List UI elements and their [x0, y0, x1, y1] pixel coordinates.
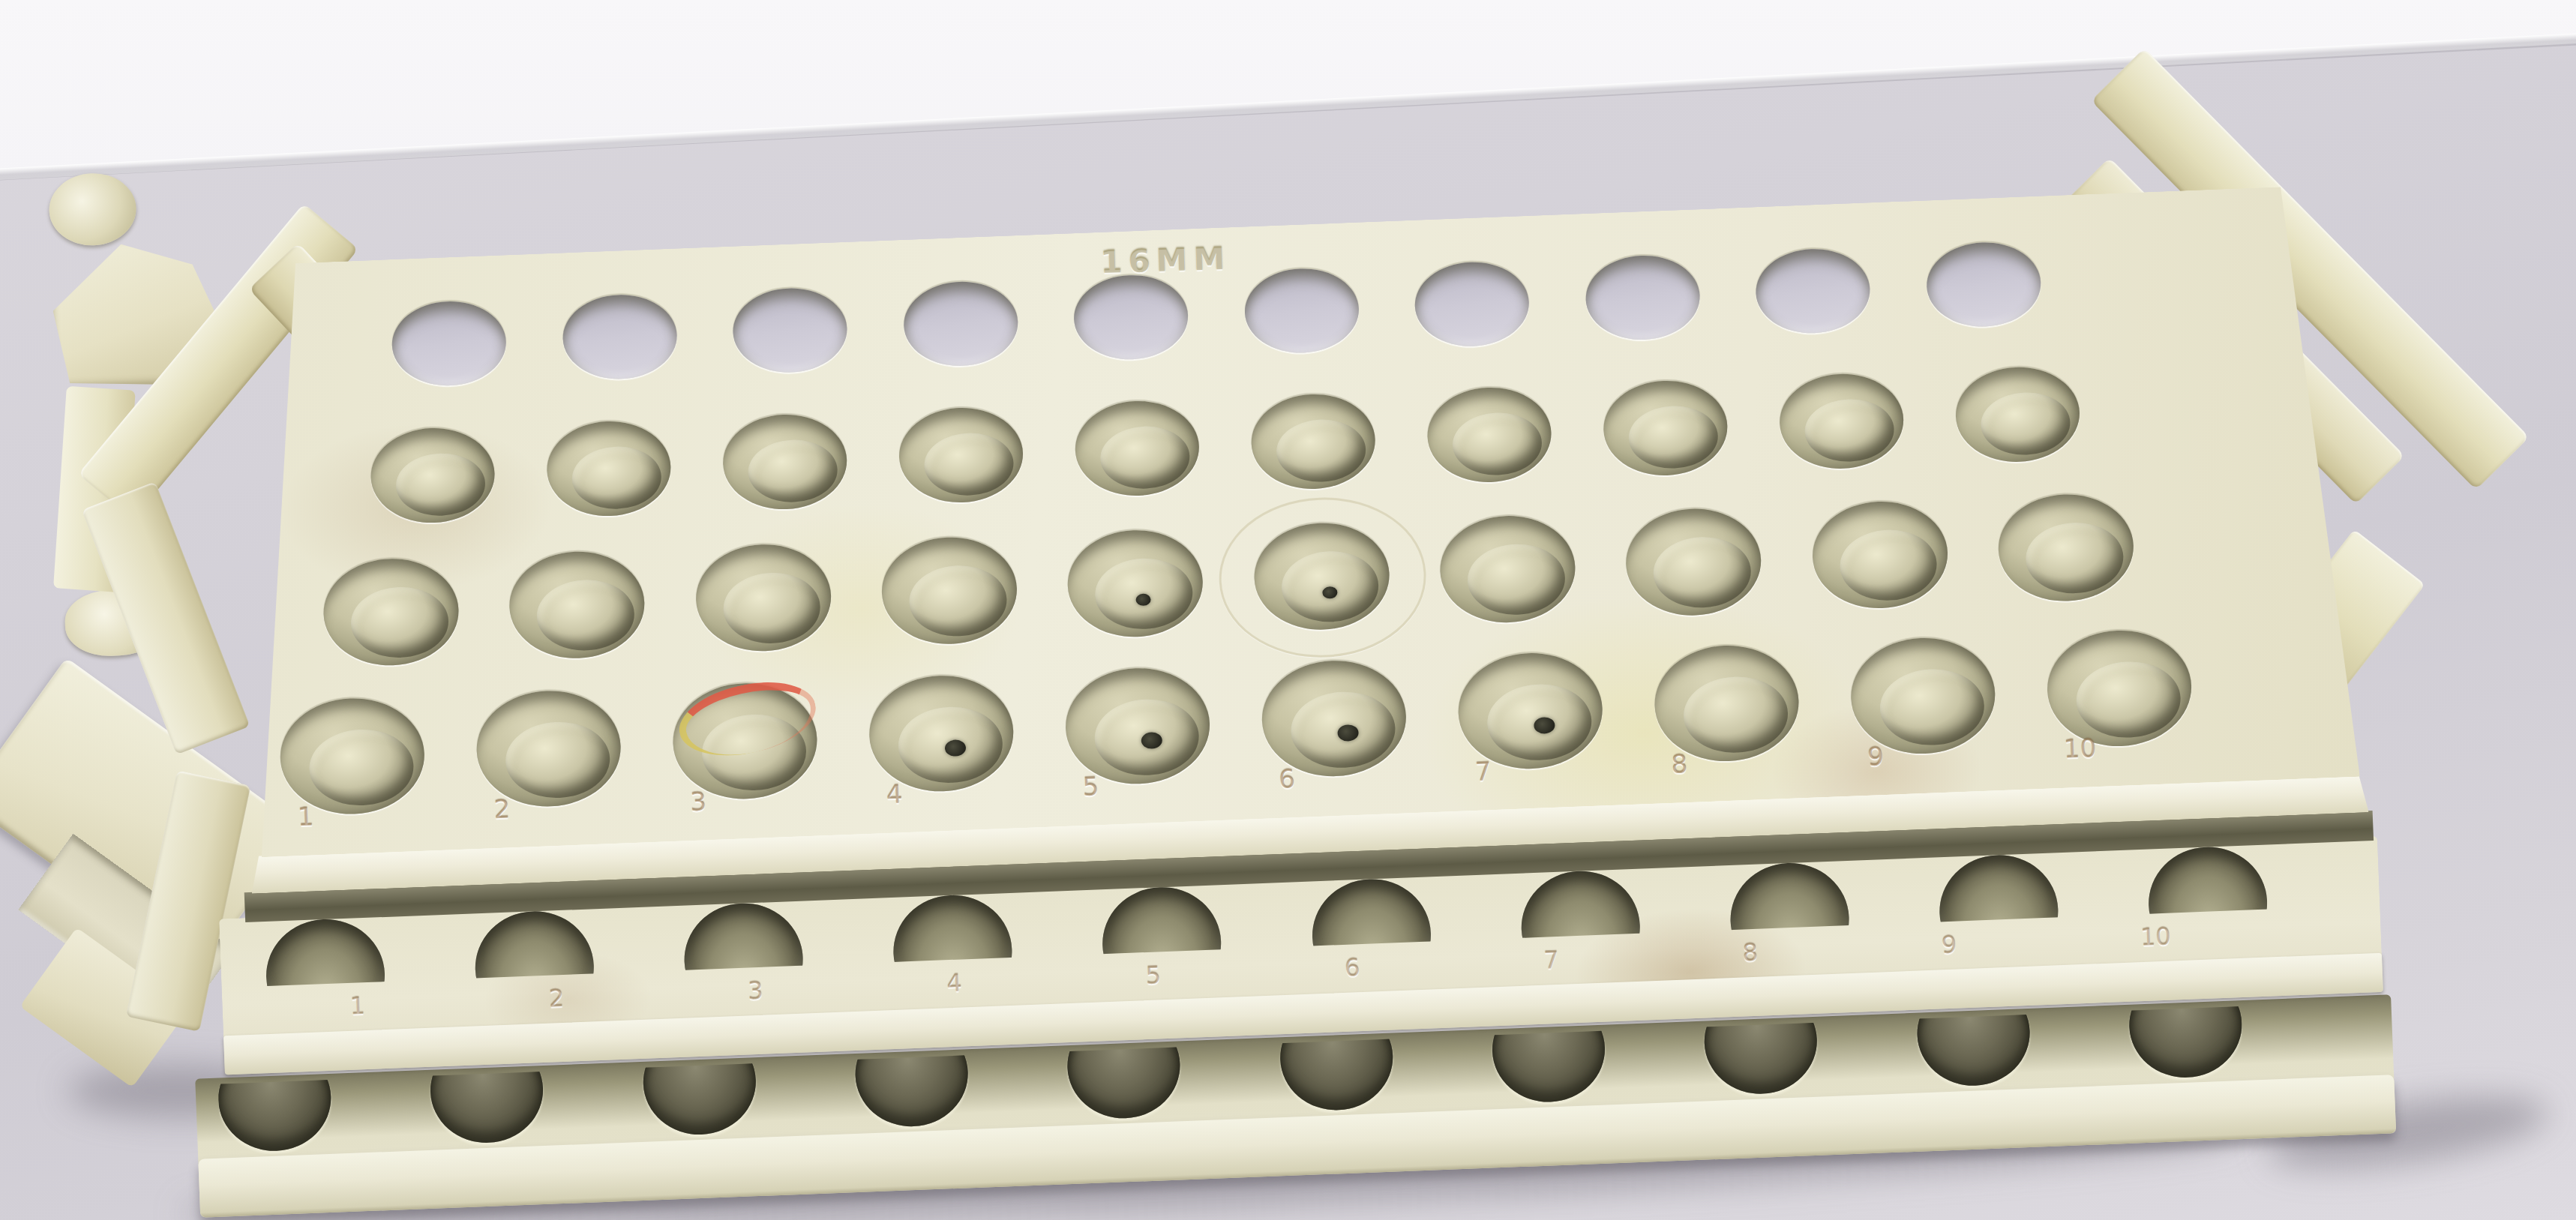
shelf-hole-c1 [264, 917, 387, 986]
tube-hole-r1c10 [1925, 241, 2042, 329]
through-hole-dot [944, 739, 966, 757]
tube-hole-r2c1 [369, 426, 496, 525]
plate-col-6: 6 [1278, 763, 1295, 794]
tube-hole-r2c10 [1954, 365, 2082, 464]
plate-col-5: 5 [1082, 771, 1099, 802]
tube-hole-r2c3 [721, 412, 849, 511]
tube-hole-r3c8 [1624, 506, 1763, 618]
plate-col-8: 8 [1671, 748, 1688, 779]
plate-col-4: 4 [886, 778, 903, 809]
tube-hole-r1c9 [1755, 247, 1872, 335]
tube-hole-r2c6 [1249, 392, 1377, 491]
tube-hole-r3c4 [880, 535, 1018, 646]
left-hinge-pin [48, 172, 138, 247]
shelf-col-7: 7 [1543, 946, 1560, 975]
tube-hole-r3c5 [1066, 528, 1204, 640]
through-hole-dot [1337, 724, 1359, 742]
test-tube-rack: 12345678910 16MM A 12345678910 [48, 81, 2547, 1220]
shelf-col-5: 5 [1145, 961, 1162, 990]
tube-hole-r1c4 [902, 280, 1019, 368]
base-cup-c9 [1915, 1006, 2032, 1088]
plate-col-1: 1 [297, 802, 314, 832]
tube-hole-r1c8 [1584, 253, 1701, 342]
plate-col-3: 3 [689, 786, 706, 817]
tube-hole-r1c3 [731, 286, 848, 375]
tube-hole-r2c4 [898, 406, 1025, 505]
tube-hole-r4c10 [2045, 628, 2194, 748]
tube-hole-r3c10 [1996, 492, 2135, 604]
tube-hole-r2c5 [1073, 399, 1201, 498]
shelf-col-8: 8 [1742, 938, 1759, 967]
tube-hole-r1c7 [1414, 260, 1531, 349]
shelf-col-4: 4 [946, 968, 963, 997]
through-hole-dot [1141, 732, 1162, 749]
through-hole-dot [1534, 717, 1555, 734]
tube-hole-r2c2 [545, 419, 673, 518]
tube-hole-r3c1 [322, 556, 460, 668]
shelf-col-1: 1 [349, 991, 366, 1021]
tube-hole-r3c2 [508, 549, 646, 661]
plate-col-2: 2 [493, 793, 511, 824]
top-plate: 16MM A 12345678910 [239, 184, 2360, 857]
tube-hole-r1c1 [391, 299, 508, 388]
base-cup-c8 [1702, 1006, 1819, 1096]
tube-hole-r3c9 [1810, 499, 1949, 611]
base-cup-c10 [2128, 1006, 2244, 1080]
tube-hole-r2c9 [1778, 372, 1906, 471]
shelf-col-2: 2 [548, 984, 565, 1013]
tube-hole-r2c8 [1602, 379, 1729, 478]
through-hole-dot [1136, 594, 1152, 607]
shelf-hole-c3 [682, 901, 805, 986]
shelf-col-10: 10 [2140, 922, 2171, 952]
red-yellow-rim-marking [672, 670, 822, 766]
tube-hole-r3c7 [1438, 514, 1577, 625]
hole-row-2 [369, 364, 2081, 526]
tube-hole-r1c6 [1243, 267, 1360, 355]
through-hole-dot [1322, 586, 1338, 599]
tube-hole-r1c5 [1072, 273, 1189, 361]
tube-hole-r3c6 [1252, 520, 1391, 632]
shelf-col-3: 3 [747, 976, 763, 1006]
tube-hole-r3c3 [694, 542, 832, 654]
photo-test-tube-rack: 12345678910 16MM A 12345678910 [0, 0, 2576, 1220]
plate-col-7: 7 [1474, 756, 1492, 787]
shelf-hole-c2 [473, 909, 596, 986]
plate-col-9: 9 [1867, 741, 1884, 772]
tube-hole-r2c7 [1426, 385, 1553, 484]
shelf-col-6: 6 [1344, 953, 1360, 982]
plate-col-10: 10 [2063, 733, 2097, 764]
shelf-col-9: 9 [1941, 931, 1957, 960]
tube-hole-r1c2 [561, 292, 678, 381]
